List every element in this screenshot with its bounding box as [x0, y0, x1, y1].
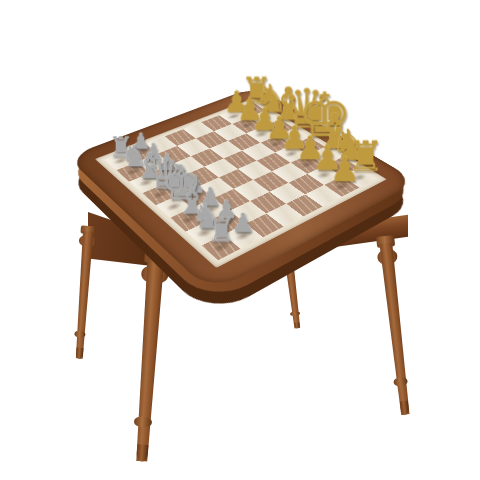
table-top-scene: ♜♟♟♜♞♟♟♞♝♟♟♝♛♟♟♛♚♟♟♚♝♟♟♝♞♟♟♞♜♟♟♜	[0, 0, 480, 480]
chess-table-photo: ♜♟♟♜♞♟♟♞♝♟♟♝♛♟♟♛♚♟♟♚♝♟♟♝♞♟♟♞♜♟♟♜	[0, 0, 480, 480]
chess-table-top: ♜♟♟♜♞♟♟♞♝♟♟♝♛♟♟♛♚♟♟♚♝♟♟♝♞♟♟♞♜♟♟♜	[67, 86, 418, 293]
board-square: ♟	[291, 155, 325, 174]
